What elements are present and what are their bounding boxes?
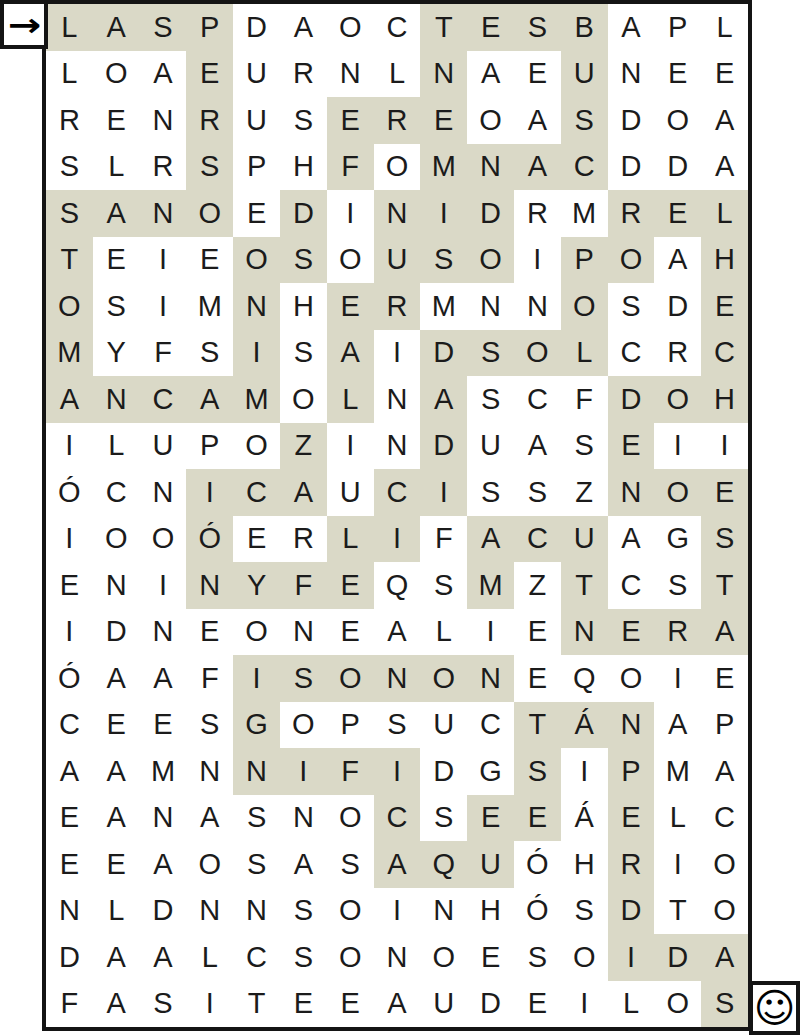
grid-cell[interactable]: D [608, 97, 655, 144]
grid-cell[interactable]: T [233, 981, 280, 1028]
grid-cell[interactable]: O [93, 516, 140, 563]
grid-cell[interactable]: E [327, 981, 374, 1028]
grid-cell[interactable]: E [233, 190, 280, 237]
grid-cell[interactable]: A [374, 981, 421, 1028]
grid-cell[interactable]: N [374, 423, 421, 470]
grid-cell[interactable]: M [467, 562, 514, 609]
grid-cell[interactable]: N [280, 609, 327, 656]
grid-cell[interactable]: G [233, 702, 280, 749]
grid-cell[interactable]: E [93, 702, 140, 749]
grid-cell[interactable]: A [140, 934, 187, 981]
grid-cell[interactable]: N [46, 888, 93, 935]
grid-cell[interactable]: I [701, 423, 748, 470]
grid-cell[interactable]: C [701, 795, 748, 842]
grid-cell[interactable]: S [93, 283, 140, 330]
grid-cell[interactable]: L [93, 888, 140, 935]
grid-cell[interactable]: O [280, 376, 327, 423]
grid-cell[interactable]: M [186, 283, 233, 330]
grid-cell[interactable]: T [561, 562, 608, 609]
grid-cell[interactable]: F [561, 376, 608, 423]
grid-cell[interactable]: S [467, 376, 514, 423]
grid-cell[interactable]: I [233, 330, 280, 377]
grid-cell[interactable]: E [46, 562, 93, 609]
grid-cell[interactable]: I [561, 748, 608, 795]
grid-cell[interactable]: Y [93, 330, 140, 377]
grid-cell[interactable]: C [374, 795, 421, 842]
grid-cell[interactable]: A [608, 516, 655, 563]
grid-cell[interactable]: E [186, 609, 233, 656]
grid-cell[interactable]: N [374, 190, 421, 237]
grid-cell[interactable]: Q [561, 655, 608, 702]
grid-cell[interactable]: U [420, 981, 467, 1028]
grid-cell[interactable]: E [233, 516, 280, 563]
grid-cell[interactable]: N [467, 144, 514, 191]
grid-cell[interactable]: U [374, 237, 421, 284]
grid-cell[interactable]: R [654, 609, 701, 656]
grid-cell[interactable]: F [280, 562, 327, 609]
grid-cell[interactable]: E [327, 97, 374, 144]
grid-cell[interactable]: E [46, 841, 93, 888]
grid-cell[interactable]: S [186, 330, 233, 377]
grid-cell[interactable]: C [374, 4, 421, 51]
grid-cell[interactable]: R [654, 330, 701, 377]
grid-cell[interactable]: T [701, 562, 748, 609]
grid-cell[interactable]: N [140, 795, 187, 842]
grid-cell[interactable]: S [233, 841, 280, 888]
grid-cell[interactable]: N [280, 795, 327, 842]
grid-cell[interactable]: A [701, 97, 748, 144]
grid-cell[interactable]: N [140, 469, 187, 516]
grid-cell[interactable]: E [514, 51, 561, 98]
grid-cell[interactable]: A [374, 841, 421, 888]
grid-cell[interactable]: M [233, 376, 280, 423]
grid-cell[interactable]: E [327, 562, 374, 609]
grid-cell[interactable]: S [701, 981, 748, 1028]
grid-cell[interactable]: A [514, 144, 561, 191]
grid-cell[interactable]: Ó [46, 469, 93, 516]
grid-cell[interactable]: T [420, 4, 467, 51]
grid-cell[interactable]: O [327, 934, 374, 981]
grid-cell[interactable]: N [608, 51, 655, 98]
grid-cell[interactable]: A [93, 655, 140, 702]
grid-cell[interactable]: H [701, 376, 748, 423]
grid-cell[interactable]: S [140, 4, 187, 51]
grid-cell[interactable]: U [420, 702, 467, 749]
grid-cell[interactable]: O [327, 237, 374, 284]
grid-cell[interactable]: A [186, 795, 233, 842]
grid-cell[interactable]: U [233, 97, 280, 144]
grid-cell[interactable]: R [46, 97, 93, 144]
grid-cell[interactable]: A [93, 981, 140, 1028]
grid-cell[interactable]: D [467, 190, 514, 237]
grid-cell[interactable]: E [467, 934, 514, 981]
grid-cell[interactable]: O [561, 934, 608, 981]
grid-cell[interactable]: E [608, 795, 655, 842]
grid-cell[interactable]: U [140, 423, 187, 470]
grid-cell[interactable]: H [280, 283, 327, 330]
grid-cell[interactable]: C [561, 144, 608, 191]
grid-cell[interactable]: A [93, 4, 140, 51]
grid-cell[interactable]: U [561, 51, 608, 98]
grid-cell[interactable]: S [140, 981, 187, 1028]
grid-cell[interactable]: C [608, 330, 655, 377]
grid-cell[interactable]: E [701, 469, 748, 516]
grid-cell[interactable]: D [233, 4, 280, 51]
grid-cell[interactable]: M [420, 144, 467, 191]
grid-cell[interactable]: O [280, 702, 327, 749]
grid-cell[interactable]: E [514, 609, 561, 656]
grid-cell[interactable]: M [140, 748, 187, 795]
grid-cell[interactable]: A [420, 376, 467, 423]
grid-cell[interactable]: S [186, 702, 233, 749]
grid-cell[interactable]: E [608, 609, 655, 656]
grid-cell[interactable]: P [701, 702, 748, 749]
grid-cell[interactable]: U [561, 516, 608, 563]
grid-cell[interactable]: S [280, 237, 327, 284]
grid-cell[interactable]: Z [561, 469, 608, 516]
grid-cell[interactable]: U [467, 841, 514, 888]
grid-cell[interactable]: E [514, 795, 561, 842]
grid-cell[interactable]: A [280, 4, 327, 51]
grid-cell[interactable]: O [327, 4, 374, 51]
grid-cell[interactable]: F [327, 144, 374, 191]
grid-cell[interactable]: S [280, 888, 327, 935]
grid-cell[interactable]: A [93, 748, 140, 795]
grid-cell[interactable]: U [327, 469, 374, 516]
grid-cell[interactable]: E [186, 51, 233, 98]
grid-cell[interactable]: C [514, 376, 561, 423]
grid-cell[interactable]: E [140, 702, 187, 749]
grid-cell[interactable]: L [420, 609, 467, 656]
grid-cell[interactable]: N [140, 97, 187, 144]
grid-cell[interactable]: S [514, 748, 561, 795]
grid-cell[interactable]: O [140, 516, 187, 563]
grid-cell[interactable]: S [561, 97, 608, 144]
grid-cell[interactable]: P [327, 702, 374, 749]
grid-cell[interactable]: O [654, 97, 701, 144]
grid-cell[interactable]: C [233, 934, 280, 981]
grid-cell[interactable]: C [701, 330, 748, 377]
grid-cell[interactable]: R [608, 841, 655, 888]
grid-cell[interactable]: S [46, 190, 93, 237]
grid-cell[interactable]: E [467, 4, 514, 51]
grid-cell[interactable]: R [280, 51, 327, 98]
grid-cell[interactable]: S [233, 795, 280, 842]
grid-cell[interactable]: F [186, 655, 233, 702]
grid-cell[interactable]: D [420, 330, 467, 377]
grid-cell[interactable]: Ó [46, 655, 93, 702]
grid-cell[interactable]: O [374, 144, 421, 191]
grid-cell[interactable]: H [701, 237, 748, 284]
grid-cell[interactable]: N [186, 748, 233, 795]
grid-cell[interactable]: D [46, 934, 93, 981]
grid-cell[interactable]: I [280, 748, 327, 795]
grid-cell[interactable]: F [327, 748, 374, 795]
grid-cell[interactable]: O [654, 376, 701, 423]
grid-cell[interactable]: L [46, 4, 93, 51]
grid-cell[interactable]: L [701, 4, 748, 51]
grid-cell[interactable]: E [327, 283, 374, 330]
grid-cell[interactable]: N [93, 376, 140, 423]
grid-cell[interactable]: E [186, 237, 233, 284]
grid-cell[interactable]: D [420, 748, 467, 795]
grid-cell[interactable]: D [608, 376, 655, 423]
grid-cell[interactable]: O [654, 981, 701, 1028]
grid-cell[interactable]: S [280, 330, 327, 377]
grid-cell[interactable]: E [608, 423, 655, 470]
grid-cell[interactable]: Z [514, 562, 561, 609]
grid-cell[interactable]: E [701, 283, 748, 330]
grid-cell[interactable]: A [701, 748, 748, 795]
grid-cell[interactable]: T [654, 888, 701, 935]
grid-cell[interactable]: L [46, 51, 93, 98]
grid-cell[interactable]: S [701, 516, 748, 563]
grid-cell[interactable]: N [233, 748, 280, 795]
grid-cell[interactable]: A [514, 423, 561, 470]
grid-cell[interactable]: L [608, 981, 655, 1028]
grid-cell[interactable]: A [374, 609, 421, 656]
grid-cell[interactable]: I [514, 237, 561, 284]
grid-cell[interactable]: A [701, 144, 748, 191]
grid-cell[interactable]: N [374, 376, 421, 423]
grid-cell[interactable]: O [233, 237, 280, 284]
grid-cell[interactable]: T [46, 237, 93, 284]
grid-cell[interactable]: S [280, 934, 327, 981]
grid-cell[interactable]: C [46, 702, 93, 749]
grid-cell[interactable]: S [420, 237, 467, 284]
grid-cell[interactable]: A [701, 934, 748, 981]
grid-cell[interactable]: R [608, 190, 655, 237]
grid-cell[interactable]: S [327, 841, 374, 888]
grid-cell[interactable]: N [374, 934, 421, 981]
grid-cell[interactable]: S [46, 144, 93, 191]
grid-cell[interactable]: A [186, 376, 233, 423]
grid-cell[interactable]: H [467, 888, 514, 935]
grid-cell[interactable]: N [140, 609, 187, 656]
grid-cell[interactable]: I [374, 888, 421, 935]
grid-cell[interactable]: Q [420, 841, 467, 888]
grid-cell[interactable]: L [93, 144, 140, 191]
grid-cell[interactable]: O [467, 97, 514, 144]
grid-cell[interactable]: I [654, 841, 701, 888]
grid-cell[interactable]: M [420, 283, 467, 330]
grid-cell[interactable]: I [46, 423, 93, 470]
grid-cell[interactable]: N [374, 655, 421, 702]
grid-cell[interactable]: N [186, 888, 233, 935]
grid-cell[interactable]: N [327, 51, 374, 98]
grid-cell[interactable]: I [374, 330, 421, 377]
grid-cell[interactable]: C [374, 469, 421, 516]
grid-cell[interactable]: P [561, 237, 608, 284]
grid-cell[interactable]: Ó [514, 841, 561, 888]
grid-cell[interactable]: S [654, 562, 701, 609]
grid-cell[interactable]: A [608, 4, 655, 51]
grid-cell[interactable]: L [654, 795, 701, 842]
grid-cell[interactable]: N [420, 51, 467, 98]
grid-cell[interactable]: N [420, 888, 467, 935]
grid-cell[interactable]: S [608, 283, 655, 330]
grid-cell[interactable]: U [467, 423, 514, 470]
grid-cell[interactable]: A [93, 795, 140, 842]
grid-cell[interactable]: I [186, 469, 233, 516]
grid-cell[interactable]: O [327, 888, 374, 935]
grid-cell[interactable]: F [140, 330, 187, 377]
grid-cell[interactable]: D [280, 190, 327, 237]
grid-cell[interactable]: C [233, 469, 280, 516]
grid-cell[interactable]: A [280, 469, 327, 516]
grid-cell[interactable]: O [701, 841, 748, 888]
grid-cell[interactable]: P [186, 4, 233, 51]
grid-cell[interactable]: O [46, 283, 93, 330]
grid-cell[interactable]: N [140, 190, 187, 237]
grid-cell[interactable]: L [327, 516, 374, 563]
grid-cell[interactable]: M [654, 748, 701, 795]
grid-cell[interactable]: S [514, 4, 561, 51]
grid-cell[interactable]: O [327, 655, 374, 702]
grid-cell[interactable]: L [93, 423, 140, 470]
grid-cell[interactable]: I [420, 469, 467, 516]
grid-cell[interactable]: L [186, 934, 233, 981]
grid-cell[interactable]: O [186, 841, 233, 888]
grid-cell[interactable]: S [186, 144, 233, 191]
grid-cell[interactable]: C [608, 562, 655, 609]
grid-cell[interactable]: L [374, 51, 421, 98]
grid-cell[interactable]: O [514, 330, 561, 377]
grid-cell[interactable]: I [608, 934, 655, 981]
grid-cell[interactable]: D [608, 144, 655, 191]
grid-cell[interactable]: Á [561, 702, 608, 749]
grid-cell[interactable]: L [701, 190, 748, 237]
grid-cell[interactable]: I [140, 237, 187, 284]
grid-cell[interactable]: A [467, 516, 514, 563]
grid-cell[interactable]: O [467, 237, 514, 284]
grid-cell[interactable]: O [186, 190, 233, 237]
grid-cell[interactable]: E [420, 97, 467, 144]
grid-cell[interactable]: O [233, 609, 280, 656]
grid-cell[interactable]: O [93, 51, 140, 98]
grid-cell[interactable]: A [93, 190, 140, 237]
grid-cell[interactable]: A [327, 330, 374, 377]
grid-cell[interactable]: D [420, 423, 467, 470]
grid-cell[interactable]: S [467, 469, 514, 516]
grid-cell[interactable]: R [374, 97, 421, 144]
grid-cell[interactable]: S [420, 562, 467, 609]
grid-cell[interactable]: D [654, 934, 701, 981]
grid-cell[interactable]: G [467, 748, 514, 795]
grid-cell[interactable]: E [46, 795, 93, 842]
grid-cell[interactable]: F [46, 981, 93, 1028]
grid-cell[interactable]: S [561, 423, 608, 470]
grid-cell[interactable]: E [701, 51, 748, 98]
grid-cell[interactable]: H [561, 841, 608, 888]
grid-cell[interactable]: M [46, 330, 93, 377]
grid-cell[interactable]: C [514, 516, 561, 563]
grid-cell[interactable]: N [608, 469, 655, 516]
grid-cell[interactable]: I [654, 423, 701, 470]
grid-cell[interactable]: Ó [186, 516, 233, 563]
grid-cell[interactable]: P [608, 748, 655, 795]
grid-cell[interactable]: I [140, 562, 187, 609]
grid-cell[interactable]: R [280, 516, 327, 563]
grid-cell[interactable]: A [654, 702, 701, 749]
grid-cell[interactable]: D [467, 981, 514, 1028]
grid-cell[interactable]: I [46, 609, 93, 656]
grid-cell[interactable]: N [467, 655, 514, 702]
grid-cell[interactable]: I [327, 190, 374, 237]
grid-cell[interactable]: I [374, 748, 421, 795]
grid-cell[interactable]: I [467, 609, 514, 656]
grid-cell[interactable]: S [280, 97, 327, 144]
grid-cell[interactable]: S [420, 795, 467, 842]
grid-cell[interactable]: A [46, 748, 93, 795]
grid-cell[interactable]: Y [233, 562, 280, 609]
grid-cell[interactable]: D [654, 283, 701, 330]
grid-cell[interactable]: A [514, 97, 561, 144]
grid-cell[interactable]: O [654, 469, 701, 516]
grid-cell[interactable]: Z [280, 423, 327, 470]
grid-cell[interactable]: A [280, 841, 327, 888]
grid-cell[interactable]: E [93, 841, 140, 888]
grid-cell[interactable]: A [467, 51, 514, 98]
grid-cell[interactable]: D [93, 609, 140, 656]
grid-cell[interactable]: M [561, 190, 608, 237]
grid-cell[interactable]: N [561, 609, 608, 656]
grid-cell[interactable]: I [420, 190, 467, 237]
grid-cell[interactable]: D [608, 888, 655, 935]
grid-cell[interactable]: D [140, 888, 187, 935]
grid-cell[interactable]: L [327, 376, 374, 423]
grid-cell[interactable]: E [514, 655, 561, 702]
grid-cell[interactable]: L [561, 330, 608, 377]
grid-cell[interactable]: O [327, 795, 374, 842]
grid-cell[interactable]: P [654, 4, 701, 51]
grid-cell[interactable]: E [514, 981, 561, 1028]
grid-cell[interactable]: I [561, 981, 608, 1028]
grid-cell[interactable]: N [93, 562, 140, 609]
grid-cell[interactable]: S [514, 934, 561, 981]
grid-cell[interactable]: E [93, 97, 140, 144]
grid-cell[interactable]: I [233, 655, 280, 702]
grid-cell[interactable]: R [374, 283, 421, 330]
grid-cell[interactable]: R [140, 144, 187, 191]
grid-cell[interactable]: A [93, 934, 140, 981]
grid-cell[interactable]: Á [561, 795, 608, 842]
grid-cell[interactable]: N [186, 562, 233, 609]
grid-cell[interactable]: A [701, 609, 748, 656]
grid-cell[interactable]: N [608, 702, 655, 749]
grid-cell[interactable]: A [140, 51, 187, 98]
grid-cell[interactable]: I [327, 423, 374, 470]
grid-cell[interactable]: A [140, 841, 187, 888]
grid-cell[interactable]: U [233, 51, 280, 98]
grid-cell[interactable]: A [654, 237, 701, 284]
grid-cell[interactable]: S [561, 888, 608, 935]
grid-cell[interactable]: T [514, 702, 561, 749]
grid-cell[interactable]: D [654, 144, 701, 191]
grid-cell[interactable]: C [140, 376, 187, 423]
grid-cell[interactable]: E [327, 609, 374, 656]
grid-cell[interactable]: C [93, 469, 140, 516]
grid-cell[interactable]: N [233, 888, 280, 935]
grid-cell[interactable]: Q [374, 562, 421, 609]
grid-cell[interactable]: I [654, 655, 701, 702]
grid-cell[interactable]: O [701, 888, 748, 935]
grid-cell[interactable]: O [608, 655, 655, 702]
grid-cell[interactable]: E [93, 237, 140, 284]
grid-cell[interactable]: P [233, 144, 280, 191]
grid-cell[interactable]: N [467, 283, 514, 330]
grid-cell[interactable]: O [561, 283, 608, 330]
